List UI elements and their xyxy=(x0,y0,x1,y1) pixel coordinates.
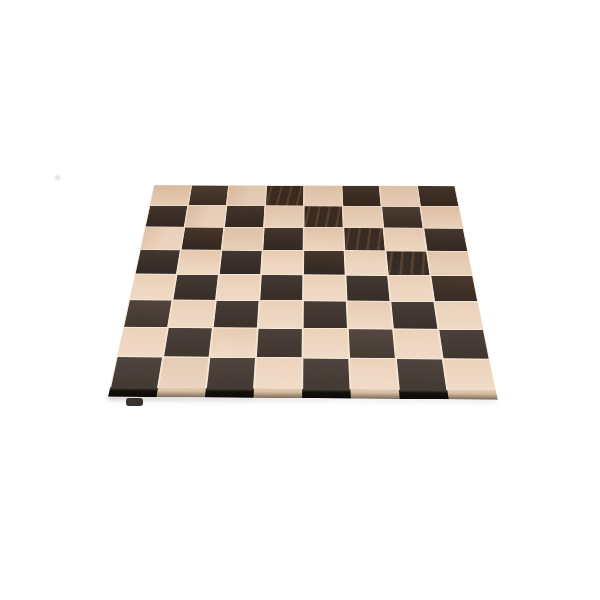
board-square xyxy=(136,250,180,273)
board-square xyxy=(265,206,303,227)
board-square xyxy=(260,275,302,300)
board-square xyxy=(217,275,260,300)
board-square xyxy=(164,328,212,357)
board-square xyxy=(344,228,384,250)
board-square xyxy=(439,330,488,359)
board-square xyxy=(141,227,184,249)
board-square xyxy=(394,330,442,359)
board-square xyxy=(397,359,446,390)
board-square xyxy=(118,328,167,356)
chess-board xyxy=(108,185,498,400)
board-square xyxy=(159,358,208,389)
board-square xyxy=(111,357,162,388)
board-square xyxy=(124,300,171,327)
board-grid xyxy=(110,185,496,391)
board-square xyxy=(227,186,265,206)
board-square xyxy=(428,252,472,276)
board-square xyxy=(130,274,176,299)
board-square xyxy=(266,186,303,206)
board-square xyxy=(343,207,382,228)
board-square xyxy=(259,301,302,328)
board-square xyxy=(391,302,437,329)
board-square xyxy=(178,250,221,274)
board-square xyxy=(262,251,303,275)
board-square xyxy=(303,359,349,390)
board-square xyxy=(225,206,264,227)
board-square xyxy=(185,206,225,227)
board-square xyxy=(150,185,190,205)
board-square xyxy=(169,301,215,328)
board-square xyxy=(210,328,256,357)
board-square xyxy=(182,228,224,250)
board-square xyxy=(380,186,419,206)
board-square xyxy=(424,229,467,251)
board-square xyxy=(263,228,303,250)
board-square xyxy=(421,207,463,228)
board-square xyxy=(418,186,458,206)
board-square xyxy=(207,358,255,389)
board-square xyxy=(220,251,262,275)
board-square xyxy=(303,329,348,358)
board-square xyxy=(435,302,482,329)
board-square xyxy=(304,301,347,328)
board-square xyxy=(304,251,345,275)
board-square xyxy=(386,251,429,275)
board-square xyxy=(382,207,422,228)
board-square xyxy=(431,276,477,301)
board-square xyxy=(304,228,343,250)
board-square xyxy=(304,275,346,300)
board-square xyxy=(342,186,380,206)
board-square xyxy=(304,206,342,227)
board-square xyxy=(349,329,395,358)
board-square xyxy=(222,228,263,250)
board-square xyxy=(384,228,426,250)
board-square xyxy=(189,186,228,206)
board-square xyxy=(350,359,398,390)
board-square xyxy=(444,360,495,391)
board-square xyxy=(214,301,259,328)
board-square xyxy=(348,302,393,329)
board-square xyxy=(255,358,302,389)
board-square xyxy=(346,276,389,301)
board-square xyxy=(389,276,433,301)
board-square xyxy=(173,275,217,300)
board-foot-shadow xyxy=(126,398,143,406)
board-square xyxy=(146,206,187,227)
board-square xyxy=(305,186,342,206)
board-square xyxy=(345,251,387,275)
page xyxy=(0,0,600,600)
product-photo xyxy=(0,0,600,600)
dust-speck xyxy=(55,175,60,180)
board-square xyxy=(257,329,302,358)
